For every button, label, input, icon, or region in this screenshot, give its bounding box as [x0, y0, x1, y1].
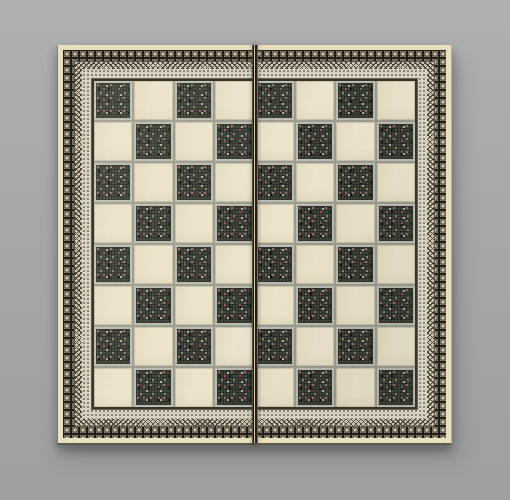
square-f5 [296, 204, 334, 243]
square-b4 [134, 245, 172, 284]
square-d8 [215, 81, 253, 120]
square-g8 [336, 81, 374, 120]
square-b1 [134, 368, 172, 407]
square-f8 [296, 81, 334, 120]
square-c6 [175, 163, 213, 202]
square-c4 [175, 245, 213, 284]
square-e8 [256, 81, 294, 120]
square-e2 [256, 327, 294, 366]
square-f1 [296, 368, 334, 407]
square-c2 [175, 327, 213, 366]
hinge-fold [252, 45, 258, 443]
square-h7 [377, 122, 415, 161]
square-h5 [377, 204, 415, 243]
square-a1 [94, 368, 132, 407]
square-c7 [175, 122, 213, 161]
square-b8 [134, 81, 172, 120]
square-f3 [296, 286, 334, 325]
square-c5 [175, 204, 213, 243]
square-d7 [215, 122, 253, 161]
square-a8 [94, 81, 132, 120]
square-a3 [94, 286, 132, 325]
square-g5 [336, 204, 374, 243]
square-b6 [134, 163, 172, 202]
square-g2 [336, 327, 374, 366]
square-e6 [256, 163, 294, 202]
square-d5 [215, 204, 253, 243]
square-b5 [134, 204, 172, 243]
square-h3 [377, 286, 415, 325]
square-d2 [215, 327, 253, 366]
square-d6 [215, 163, 253, 202]
square-e4 [256, 245, 294, 284]
square-b2 [134, 327, 172, 366]
square-e7 [256, 122, 294, 161]
square-g3 [336, 286, 374, 325]
square-c3 [175, 286, 213, 325]
square-a6 [94, 163, 132, 202]
square-e3 [256, 286, 294, 325]
square-b7 [134, 122, 172, 161]
square-h1 [377, 368, 415, 407]
square-d3 [215, 286, 253, 325]
square-a2 [94, 327, 132, 366]
square-d4 [215, 245, 253, 284]
photo-background [0, 0, 510, 500]
square-h2 [377, 327, 415, 366]
square-c8 [175, 81, 213, 120]
square-f6 [296, 163, 334, 202]
square-e1 [256, 368, 294, 407]
square-h8 [377, 81, 415, 120]
square-g7 [336, 122, 374, 161]
square-g1 [336, 368, 374, 407]
square-a4 [94, 245, 132, 284]
square-a5 [94, 204, 132, 243]
square-c1 [175, 368, 213, 407]
square-g6 [336, 163, 374, 202]
chessboard [57, 45, 452, 445]
square-g4 [336, 245, 374, 284]
square-f2 [296, 327, 334, 366]
square-e5 [256, 204, 294, 243]
square-d1 [215, 368, 253, 407]
square-f7 [296, 122, 334, 161]
square-h4 [377, 245, 415, 284]
square-h6 [377, 163, 415, 202]
square-a7 [94, 122, 132, 161]
square-f4 [296, 245, 334, 284]
square-b3 [134, 286, 172, 325]
